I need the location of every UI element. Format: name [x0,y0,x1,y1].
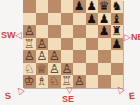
chess-piece: ♟ [98,25,111,38]
board-square [48,0,61,13]
board-square [61,38,74,51]
triangle-right-icon[interactable]: ▷ [124,33,131,41]
chess-piece: ♟ [86,13,99,26]
chess-piece: ♙ [73,75,86,88]
board-square [36,0,49,13]
board-square [111,63,124,76]
board-square [86,38,99,51]
board-square [73,25,86,38]
board-square: ♟ [86,0,99,13]
board-square [73,50,86,63]
board-square: ♙ [36,50,49,63]
chess-piece: ♘ [48,75,61,88]
board-square: ♘ [48,75,61,88]
board-square [61,13,74,26]
triangle-down-icon[interactable]: ▽ [66,86,73,94]
board-square: ♟ [111,38,124,51]
chess-piece: ♞ [111,0,124,13]
board-square [73,13,86,26]
chess-piece: ♙ [23,25,36,38]
board-square [98,63,111,76]
board-square: ♙ [23,25,36,38]
chess-board: ♟♟♛♞♟♟♝♙♟♜♖♙♟♙♙♙♘♕♙♙♔♗♘♖♙ [23,0,123,88]
board-square: ♞ [111,0,124,13]
board-square: ♜ [111,25,124,38]
board-square [111,50,124,63]
chess-piece: ♛ [98,0,111,13]
board-square [23,0,36,13]
board-square [98,38,111,51]
direction-label-ne[interactable]: NE [131,32,140,42]
board-square [48,13,61,26]
board-square [61,0,74,13]
triangle-up-icon[interactable]: △ [114,84,124,95]
direction-label-s[interactable]: S [4,91,11,102]
board-square [61,25,74,38]
board-square: ♗ [36,75,49,88]
board-square [98,50,111,63]
direction-label-se[interactable]: SE [62,94,74,104]
triangle-left-icon[interactable]: ◁ [15,31,22,39]
chess-piece: ♔ [23,75,36,88]
board-square [86,63,99,76]
chess-piece: ♙ [48,50,61,63]
board-square [48,25,61,38]
board-square [73,38,86,51]
chess-piece: ♙ [36,50,49,63]
direction-label-e[interactable]: E [128,91,135,102]
board-square [36,13,49,26]
chess-piece: ♟ [73,0,86,13]
board-square [86,75,99,88]
board-square [36,25,49,38]
board-square: ♙ [48,50,61,63]
chess-piece: ♗ [36,75,49,88]
chess-piece: ♟ [111,38,124,51]
board-square: ♙ [73,75,86,88]
board-square: ♟ [86,13,99,26]
board-square: ♟ [98,25,111,38]
board-square [86,25,99,38]
chess-piece: ♜ [111,25,124,38]
chess-piece: ♟ [86,0,99,13]
board-square [61,50,74,63]
board-square: ♔ [23,75,36,88]
board-square [98,75,111,88]
board-square: ♟ [73,0,86,13]
direction-label-sw[interactable]: SW [1,30,16,40]
board-square: ♙ [23,50,36,63]
board-square [86,50,99,63]
vision-trainer-screen: ♟♟♛♞♟♟♝♙♟♜♖♙♟♙♙♙♘♕♙♙♔♗♘♖♙ SW ◁ ▷ NE △ S … [0,0,140,105]
board-square: ♛ [98,0,111,13]
chess-piece: ♙ [23,50,36,63]
